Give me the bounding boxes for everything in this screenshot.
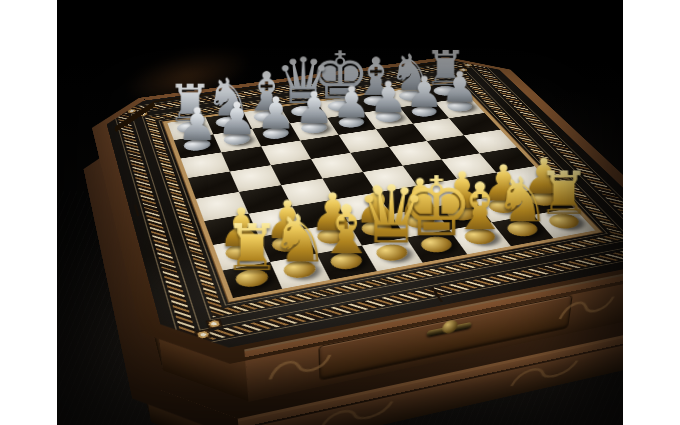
page-background: ♜♞♝♛♚♝♞♜♟♟♟♟♟♟♟♟♟♟♟♟♟♟♟♟♜♞♝♛♚♝♞♜: [0, 0, 680, 425]
chess-set-photo: ♜♞♝♛♚♝♞♜♟♟♟♟♟♟♟♟♟♟♟♟♟♟♟♟♜♞♝♛♚♝♞♜: [57, 0, 623, 425]
edge-diamond-inlay: [134, 205, 139, 216]
pawn-glyph: ♟: [163, 103, 232, 145]
drawer-handle-rosette: [441, 319, 457, 335]
rook-glyph: ♜: [210, 219, 294, 278]
